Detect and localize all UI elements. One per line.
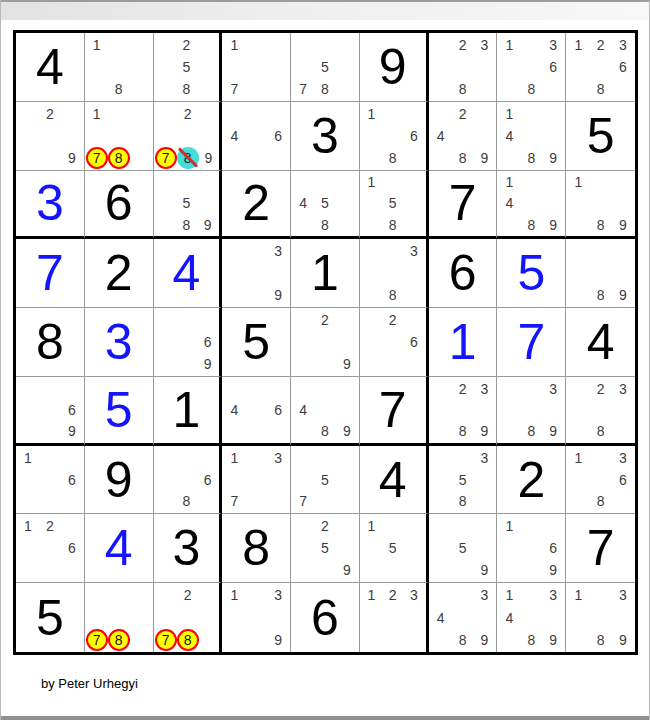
cell-r2c3[interactable]: 2789	[154, 102, 223, 171]
cell-r3c4[interactable]: 2	[222, 171, 291, 240]
candidate-grid: 13489	[498, 584, 564, 651]
candidate-grid: 578	[292, 34, 358, 100]
empty-candidate-slot	[61, 515, 83, 537]
candidate-2: 2	[382, 584, 403, 606]
empty-candidate-slot	[197, 309, 218, 331]
empty-candidate-slot	[39, 469, 61, 491]
empty-candidate-slot	[177, 125, 199, 147]
highlighted-candidate-8[interactable]: 8	[177, 629, 199, 651]
cell-r9c8[interactable]: 13489	[497, 583, 566, 652]
cell-r7c4[interactable]: 137	[222, 446, 291, 515]
empty-candidate-slot	[267, 606, 289, 628]
candidate-8: 8	[589, 78, 611, 100]
empty-candidate-slot	[199, 125, 219, 147]
candidate-8: 8	[520, 214, 542, 235]
cell-r2c8[interactable]: 1489	[497, 102, 566, 171]
empty-candidate-slot	[17, 103, 39, 125]
cell-r6c8[interactable]: 389	[497, 377, 566, 446]
cell-r6c9[interactable]: 238	[566, 377, 635, 446]
candidate-grid: 46	[223, 378, 289, 442]
empty-candidate-slot	[267, 147, 289, 169]
candidate-6: 6	[542, 537, 564, 559]
given-digit: 9	[105, 455, 133, 505]
cell-r7c7[interactable]: 358	[429, 446, 498, 515]
empty-candidate-slot	[403, 559, 424, 581]
cell-r8c7[interactable]: 59	[429, 514, 498, 583]
empty-candidate-slot	[430, 147, 452, 169]
empty-candidate-slot	[155, 606, 177, 628]
candidate-5: 5	[314, 193, 336, 214]
empty-candidate-slot	[589, 240, 611, 262]
empty-candidate-slot	[39, 147, 61, 169]
cell-r4c8[interactable]: 5	[497, 239, 566, 308]
empty-candidate-slot	[430, 559, 452, 581]
cell-r7c9[interactable]: 1368	[566, 446, 635, 515]
empty-candidate-slot	[292, 331, 314, 353]
candidate-1: 1	[17, 515, 39, 537]
cell-r8c9[interactable]: 7	[566, 514, 635, 583]
empty-candidate-slot	[245, 584, 267, 606]
empty-candidate-slot	[267, 420, 289, 441]
cell-r2c4[interactable]: 46	[222, 102, 291, 171]
empty-candidate-slot	[245, 56, 267, 78]
cell-r7c6[interactable]: 4	[360, 446, 429, 515]
empty-candidate-slot	[430, 399, 452, 420]
candidate-grid: 589	[155, 172, 219, 236]
given-digit: 1	[173, 385, 201, 435]
cell-r2c1[interactable]: 29	[16, 102, 85, 171]
cell-r6c1[interactable]: 69	[16, 377, 85, 446]
cell-r5c8[interactable]: 7	[497, 308, 566, 377]
empty-candidate-slot	[176, 309, 197, 331]
empty-candidate-slot	[336, 447, 358, 469]
cell-r1c9[interactable]: 12368	[566, 33, 635, 102]
empty-candidate-slot	[245, 399, 267, 420]
empty-candidate-slot	[542, 103, 564, 125]
window-bottom-edge	[1, 716, 649, 720]
empty-candidate-slot	[452, 584, 474, 606]
empty-candidate-slot	[292, 172, 314, 193]
candidate-grid: 238	[430, 34, 496, 100]
empty-candidate-slot	[452, 447, 474, 469]
cell-r6c6[interactable]: 7	[360, 377, 429, 446]
candidate-4: 4	[498, 125, 520, 147]
candidate-8: 8	[520, 629, 542, 651]
candidate-9: 9	[542, 147, 564, 169]
candidate-7: 7	[223, 491, 245, 513]
entered-digit: 4	[173, 248, 201, 298]
cell-r4c3[interactable]: 4	[154, 239, 223, 308]
cell-r6c4[interactable]: 46	[222, 377, 291, 446]
candidate-1: 1	[223, 34, 245, 56]
empty-candidate-slot	[17, 378, 39, 399]
cell-r3c7[interactable]: 7	[429, 171, 498, 240]
cell-r4c6[interactable]: 38	[360, 239, 429, 308]
candidate-grid: 59	[430, 515, 496, 581]
empty-candidate-slot	[336, 469, 358, 491]
cell-r6c7[interactable]: 2389	[429, 377, 498, 446]
empty-candidate-slot	[176, 172, 197, 193]
candidate-grid: 39	[223, 240, 289, 306]
empty-candidate-slot	[199, 629, 219, 651]
candidate-grid: 238	[567, 378, 634, 442]
candidate-9: 9	[61, 420, 83, 441]
empty-candidate-slot	[403, 103, 424, 125]
empty-candidate-slot	[267, 34, 289, 56]
empty-candidate-slot	[108, 125, 130, 147]
empty-candidate-slot	[612, 193, 634, 214]
empty-candidate-slot	[361, 147, 382, 169]
cell-r6c3[interactable]: 1	[154, 377, 223, 446]
candidate-grid: 489	[292, 378, 358, 442]
empty-candidate-slot	[567, 284, 589, 306]
cell-r8c6[interactable]: 15	[360, 514, 429, 583]
candidate-9: 9	[61, 147, 83, 169]
candidate-2: 2	[39, 515, 61, 537]
candidate-1: 1	[17, 447, 39, 469]
eliminated-candidate-8[interactable]: 8	[177, 147, 199, 169]
candidate-grid: 169	[498, 515, 564, 581]
candidate-9: 9	[542, 629, 564, 651]
candidate-8: 8	[452, 629, 474, 651]
candidate-1: 1	[86, 103, 108, 125]
empty-candidate-slot	[245, 147, 267, 169]
highlighted-candidate-8[interactable]: 8	[108, 629, 130, 651]
given-digit: 3	[173, 523, 201, 573]
candidate-2: 2	[589, 34, 611, 56]
cell-r8c5[interactable]: 259	[291, 514, 360, 583]
candidate-grid: 2789	[155, 103, 219, 169]
cell-r2c7[interactable]: 2489	[429, 102, 498, 171]
candidate-grid: 259	[292, 515, 358, 581]
cell-r4c9[interactable]: 89	[566, 239, 635, 308]
empty-candidate-slot	[177, 606, 199, 628]
empty-candidate-slot	[61, 447, 83, 469]
cell-r5c7[interactable]: 1	[429, 308, 498, 377]
entered-digit: 7	[36, 248, 64, 298]
empty-candidate-slot	[430, 537, 452, 559]
empty-candidate-slot	[430, 103, 452, 125]
empty-candidate-slot	[292, 515, 314, 537]
empty-candidate-slot	[108, 103, 130, 125]
empty-candidate-slot	[199, 103, 219, 125]
candidate-grid: 69	[155, 309, 219, 375]
empty-candidate-slot	[39, 491, 61, 513]
empty-candidate-slot	[589, 193, 611, 214]
highlighted-candidate-7[interactable]: 7	[86, 147, 108, 169]
cell-r5c2[interactable]: 3	[85, 308, 154, 377]
empty-candidate-slot	[452, 56, 474, 78]
empty-candidate-slot	[589, 584, 611, 606]
cell-r3c9[interactable]: 189	[566, 171, 635, 240]
candidate-9: 9	[336, 420, 358, 441]
empty-candidate-slot	[382, 125, 403, 147]
empty-candidate-slot	[39, 378, 61, 399]
empty-candidate-slot	[452, 515, 474, 537]
candidate-slot-8: 8	[177, 629, 199, 651]
candidate-grid: 18	[86, 34, 152, 100]
cell-r7c1[interactable]: 16	[16, 446, 85, 515]
empty-candidate-slot	[403, 172, 424, 193]
empty-candidate-slot	[223, 606, 245, 628]
empty-candidate-slot	[197, 447, 218, 469]
highlighted-candidate-7[interactable]: 7	[155, 147, 177, 169]
candidate-1: 1	[223, 447, 245, 469]
empty-candidate-slot	[267, 378, 289, 399]
highlighted-candidate-7[interactable]: 7	[155, 629, 177, 651]
cell-r3c2[interactable]: 6	[85, 171, 154, 240]
candidate-6: 6	[403, 331, 424, 353]
cell-r9c4[interactable]: 139	[222, 583, 291, 652]
cell-r1c8[interactable]: 1368	[497, 33, 566, 102]
candidate-6: 6	[267, 125, 289, 147]
cell-r9c6[interactable]: 123	[360, 583, 429, 652]
cell-r8c2[interactable]: 4	[85, 514, 154, 583]
empty-candidate-slot	[17, 125, 39, 147]
cell-r7c2[interactable]: 9	[85, 446, 154, 515]
empty-candidate-slot	[612, 262, 634, 284]
empty-candidate-slot	[430, 515, 452, 537]
empty-candidate-slot	[155, 78, 176, 100]
empty-candidate-slot	[130, 629, 152, 651]
given-digit: 7	[587, 523, 615, 573]
entered-digit: 5	[105, 385, 133, 435]
empty-candidate-slot	[498, 420, 520, 441]
entered-digit: 4	[105, 523, 133, 573]
empty-candidate-slot	[292, 214, 314, 235]
empty-candidate-slot	[520, 537, 542, 559]
candidate-7: 7	[223, 78, 245, 100]
candidate-4: 4	[498, 193, 520, 214]
candidate-grid: 139	[223, 584, 289, 651]
candidate-6: 6	[197, 331, 218, 353]
empty-candidate-slot	[520, 34, 542, 56]
empty-candidate-slot	[567, 378, 589, 399]
candidate-9: 9	[612, 629, 634, 651]
empty-candidate-slot	[361, 629, 382, 651]
cell-r1c2[interactable]: 18	[85, 33, 154, 102]
cell-r4c4[interactable]: 39	[222, 239, 291, 308]
candidate-8: 8	[589, 491, 611, 513]
empty-candidate-slot	[361, 606, 382, 628]
candidate-8: 8	[452, 147, 474, 169]
candidate-8: 8	[589, 214, 611, 235]
cell-r4c2[interactable]: 2	[85, 239, 154, 308]
cell-r1c6[interactable]: 9	[360, 33, 429, 102]
candidate-1: 1	[498, 103, 520, 125]
cell-r4c7[interactable]: 6	[429, 239, 498, 308]
empty-candidate-slot	[314, 559, 336, 581]
cell-r5c5[interactable]: 29	[291, 308, 360, 377]
empty-candidate-slot	[361, 262, 382, 284]
cell-r6c5[interactable]: 489	[291, 377, 360, 446]
empty-candidate-slot	[542, 172, 564, 193]
candidate-3: 3	[474, 378, 496, 399]
cell-r9c9[interactable]: 1389	[566, 583, 635, 652]
empty-candidate-slot	[382, 606, 403, 628]
candidate-4: 4	[223, 399, 245, 420]
empty-candidate-slot	[314, 447, 336, 469]
candidate-3: 3	[612, 447, 634, 469]
candidate-9: 9	[612, 284, 634, 306]
cell-r5c3[interactable]: 69	[154, 308, 223, 377]
given-digit: 5	[587, 111, 615, 161]
empty-candidate-slot	[245, 420, 267, 441]
candidate-9: 9	[474, 559, 496, 581]
given-digit: 4	[36, 42, 64, 92]
cell-r5c1[interactable]: 8	[16, 308, 85, 377]
empty-candidate-slot	[267, 56, 289, 78]
given-digit: 2	[105, 248, 133, 298]
empty-candidate-slot	[314, 353, 336, 375]
empty-candidate-slot	[155, 193, 176, 214]
empty-candidate-slot	[223, 420, 245, 441]
given-digit: 6	[449, 248, 477, 298]
empty-candidate-slot	[589, 606, 611, 628]
empty-candidate-slot	[612, 240, 634, 262]
candidate-1: 1	[567, 447, 589, 469]
empty-candidate-slot	[430, 78, 452, 100]
empty-candidate-slot	[430, 447, 452, 469]
candidate-grid: 278	[155, 584, 219, 651]
cell-r4c5[interactable]: 1	[291, 239, 360, 308]
cell-r1c1[interactable]: 4	[16, 33, 85, 102]
cell-r9c1[interactable]: 5	[16, 583, 85, 652]
empty-candidate-slot	[612, 606, 634, 628]
empty-candidate-slot	[403, 193, 424, 214]
empty-candidate-slot	[430, 584, 452, 606]
cell-r2c6[interactable]: 168	[360, 102, 429, 171]
empty-candidate-slot	[197, 34, 218, 56]
candidate-6: 6	[612, 56, 634, 78]
cell-r5c9[interactable]: 4	[566, 308, 635, 377]
candidate-5: 5	[176, 56, 197, 78]
empty-candidate-slot	[155, 34, 176, 56]
candidate-grid: 69	[17, 378, 83, 442]
empty-candidate-slot	[336, 378, 358, 399]
cell-r1c7[interactable]: 238	[429, 33, 498, 102]
sudoku-grid: 4182581757892381368123682917827894631682…	[13, 30, 638, 655]
cell-r5c6[interactable]: 26	[360, 308, 429, 377]
empty-candidate-slot	[430, 56, 452, 78]
cell-r1c4[interactable]: 17	[222, 33, 291, 102]
empty-candidate-slot	[155, 214, 176, 235]
cell-r1c3[interactable]: 258	[154, 33, 223, 102]
candidate-8: 8	[382, 147, 403, 169]
empty-candidate-slot	[245, 78, 267, 100]
candidate-8: 8	[382, 214, 403, 235]
empty-candidate-slot	[130, 606, 152, 628]
candidate-8: 8	[452, 78, 474, 100]
candidate-5: 5	[382, 193, 403, 214]
candidate-grid: 389	[498, 378, 564, 442]
candidate-5: 5	[314, 56, 336, 78]
candidate-grid: 12368	[567, 34, 634, 100]
cell-r2c2[interactable]: 178	[85, 102, 154, 171]
candidate-7: 7	[292, 78, 314, 100]
empty-candidate-slot	[361, 193, 382, 214]
candidate-grid: 1368	[567, 447, 634, 513]
candidate-3: 3	[267, 447, 289, 469]
cell-r2c5[interactable]: 3	[291, 102, 360, 171]
cell-r3c3[interactable]: 589	[154, 171, 223, 240]
empty-candidate-slot	[567, 491, 589, 513]
cell-r9c7[interactable]: 3489	[429, 583, 498, 652]
empty-candidate-slot	[474, 537, 496, 559]
empty-candidate-slot	[155, 447, 176, 469]
empty-candidate-slot	[245, 34, 267, 56]
cell-r3c8[interactable]: 1489	[497, 171, 566, 240]
given-digit: 6	[311, 593, 339, 643]
cell-r7c8[interactable]: 2	[497, 446, 566, 515]
candidate-8: 8	[520, 147, 542, 169]
empty-candidate-slot	[474, 606, 496, 628]
candidate-3: 3	[542, 378, 564, 399]
highlighted-candidate-7[interactable]: 7	[86, 629, 108, 651]
cell-r3c1[interactable]: 3	[16, 171, 85, 240]
empty-candidate-slot	[292, 34, 314, 56]
highlighted-candidate-8[interactable]: 8	[108, 147, 130, 169]
given-digit: 4	[379, 455, 407, 505]
empty-candidate-slot	[155, 469, 176, 491]
empty-candidate-slot	[336, 78, 358, 100]
cell-r8c1[interactable]: 126	[16, 514, 85, 583]
given-digit: 8	[242, 523, 270, 573]
candidate-8: 8	[314, 420, 336, 441]
cell-r8c3[interactable]: 3	[154, 514, 223, 583]
empty-candidate-slot	[520, 399, 542, 420]
cell-r2c9[interactable]: 5	[566, 102, 635, 171]
cell-r9c2[interactable]: 78	[85, 583, 154, 652]
candidate-2: 2	[452, 378, 474, 399]
empty-candidate-slot	[474, 103, 496, 125]
given-digit: 1	[311, 248, 339, 298]
candidate-3: 3	[267, 584, 289, 606]
empty-candidate-slot	[361, 214, 382, 235]
empty-candidate-slot	[589, 56, 611, 78]
cell-r8c8[interactable]: 169	[497, 514, 566, 583]
cell-r9c5[interactable]: 6	[291, 583, 360, 652]
candidate-8: 8	[452, 420, 474, 441]
empty-candidate-slot	[267, 103, 289, 125]
cell-r6c2[interactable]: 5	[85, 377, 154, 446]
cell-r1c5[interactable]: 578	[291, 33, 360, 102]
given-digit: 5	[36, 593, 64, 643]
empty-candidate-slot	[403, 353, 424, 375]
empty-candidate-slot	[197, 56, 218, 78]
candidate-4: 4	[292, 399, 314, 420]
empty-candidate-slot	[155, 172, 176, 193]
candidate-grid: 358	[430, 447, 496, 513]
empty-candidate-slot	[61, 559, 83, 581]
cell-r5c4[interactable]: 5	[222, 308, 291, 377]
cell-r9c3[interactable]: 278	[154, 583, 223, 652]
cell-r3c5[interactable]: 458	[291, 171, 360, 240]
cell-r4c1[interactable]: 7	[16, 239, 85, 308]
empty-candidate-slot	[130, 34, 152, 56]
cell-r7c3[interactable]: 68	[154, 446, 223, 515]
candidate-slot-7: 7	[155, 147, 177, 169]
cell-r7c5[interactable]: 57	[291, 446, 360, 515]
cell-r8c4[interactable]: 8	[222, 514, 291, 583]
empty-candidate-slot	[108, 34, 130, 56]
empty-candidate-slot	[61, 378, 83, 399]
candidate-grid: 15	[361, 515, 425, 581]
cell-r3c6[interactable]: 158	[360, 171, 429, 240]
empty-candidate-slot	[292, 559, 314, 581]
candidate-1: 1	[361, 515, 382, 537]
empty-candidate-slot	[520, 515, 542, 537]
